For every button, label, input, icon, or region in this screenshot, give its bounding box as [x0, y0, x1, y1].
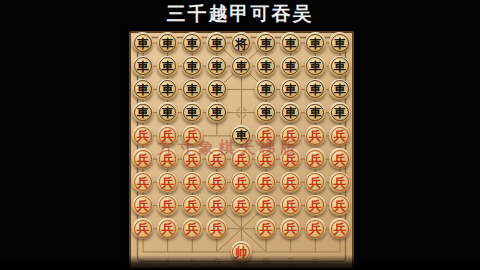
- piece-車-black[interactable]: 車: [132, 32, 153, 53]
- board-cell[interactable]: 車: [155, 101, 180, 124]
- board-cell[interactable]: 車: [204, 78, 229, 101]
- piece-glyph: 車: [186, 107, 199, 120]
- piece-glyph: 車: [284, 60, 297, 73]
- piece-glyph: 車: [137, 84, 150, 97]
- piece-兵-red[interactable]: 兵: [280, 125, 301, 146]
- piece-glyph: 車: [333, 107, 346, 120]
- piece-兵-red[interactable]: 兵: [329, 125, 350, 146]
- board-cell[interactable]: 兵: [204, 217, 229, 240]
- piece-車-black[interactable]: 車: [305, 79, 326, 100]
- piece-兵-red[interactable]: 兵: [280, 218, 301, 239]
- piece-glyph: 車: [161, 60, 174, 73]
- board-cell[interactable]: 兵: [327, 124, 352, 147]
- board-cell[interactable]: 車: [131, 54, 156, 77]
- piece-車-black[interactable]: 車: [206, 79, 227, 100]
- piece-兵-red[interactable]: 兵: [206, 218, 227, 239]
- piece-車-black[interactable]: 車: [206, 56, 227, 77]
- piece-兵-red[interactable]: 兵: [305, 148, 326, 169]
- piece-glyph: 車: [333, 60, 346, 73]
- board-cell[interactable]: 兵: [327, 194, 352, 217]
- board-cell[interactable]: 車: [180, 54, 205, 77]
- board-cell[interactable]: 車: [131, 31, 156, 54]
- piece-glyph: 車: [186, 60, 199, 73]
- piece-車-black[interactable]: 車: [255, 79, 276, 100]
- piece-glyph: 兵: [186, 153, 199, 166]
- file-label: 四: [254, 257, 279, 267]
- board-cell[interactable]: 兵: [254, 194, 279, 217]
- piece-glyph: 兵: [235, 153, 248, 166]
- piece-車-black[interactable]: 車: [305, 102, 326, 123]
- piece-glyph: 車: [186, 84, 199, 97]
- piece-glyph: 兵: [284, 223, 297, 236]
- piece-車-black[interactable]: 車: [305, 32, 326, 53]
- board-cell[interactable]: 車: [327, 54, 352, 77]
- board-cell[interactable]: 車: [204, 101, 229, 124]
- board-cell[interactable]: 車: [204, 54, 229, 77]
- board-cell[interactable]: 兵: [204, 171, 229, 194]
- board-cell[interactable]: 車: [327, 31, 352, 54]
- file-label: 九: [131, 257, 156, 267]
- piece-車-black[interactable]: 車: [255, 56, 276, 77]
- piece-glyph: 兵: [137, 223, 150, 236]
- board-cell[interactable]: 兵: [303, 124, 328, 147]
- file-label: 六: [204, 257, 229, 267]
- piece-兵-red[interactable]: 兵: [280, 195, 301, 216]
- piece-glyph: 兵: [161, 176, 174, 189]
- board-cell[interactable]: 兵: [155, 124, 180, 147]
- piece-車-black[interactable]: 車: [255, 32, 276, 53]
- piece-glyph: 兵: [161, 130, 174, 143]
- file-label: 七: [180, 257, 205, 267]
- piece-glyph: 兵: [284, 176, 297, 189]
- file-label: 一: [327, 257, 352, 267]
- piece-glyph: 兵: [333, 200, 346, 213]
- piece-車-black[interactable]: 車: [132, 56, 153, 77]
- board-cell[interactable]: 車: [278, 31, 303, 54]
- piece-兵-red[interactable]: 兵: [280, 172, 301, 193]
- piece-glyph: 車: [284, 37, 297, 50]
- board-cell[interactable]: 将: [229, 31, 254, 54]
- piece-glyph: 兵: [210, 200, 223, 213]
- piece-車-black[interactable]: 車: [157, 102, 178, 123]
- piece-兵-red[interactable]: 兵: [182, 218, 203, 239]
- board-cell[interactable]: 兵: [303, 147, 328, 170]
- piece-glyph: 車: [235, 60, 248, 73]
- piece-glyph: 車: [161, 37, 174, 50]
- board-cell[interactable]: 兵: [229, 147, 254, 170]
- board-cell[interactable]: 兵: [229, 171, 254, 194]
- piece-兵-red[interactable]: 兵: [132, 195, 153, 216]
- piece-glyph: 兵: [333, 223, 346, 236]
- board-cell[interactable]: 兵: [180, 124, 205, 147]
- piece-兵-red[interactable]: 兵: [206, 172, 227, 193]
- board-cell[interactable]: 兵: [303, 217, 328, 240]
- piece-glyph: 車: [309, 60, 322, 73]
- piece-兵-red[interactable]: 兵: [132, 148, 153, 169]
- piece-glyph: 車: [210, 60, 223, 73]
- board-cell[interactable]: 車: [131, 78, 156, 101]
- piece-車-black[interactable]: 車: [157, 32, 178, 53]
- board-cell[interactable]: [204, 124, 229, 147]
- piece-glyph: 兵: [161, 200, 174, 213]
- piece-glyph: 車: [260, 60, 273, 73]
- board-cell[interactable]: 兵: [155, 147, 180, 170]
- piece-glyph: 兵: [284, 200, 297, 213]
- board-cell[interactable]: 兵: [278, 147, 303, 170]
- piece-車-black[interactable]: 車: [280, 56, 301, 77]
- board-cell[interactable]: 車: [327, 101, 352, 124]
- piece-glyph: 兵: [210, 176, 223, 189]
- piece-glyph: 車: [309, 107, 322, 120]
- file-labels-bottom: 九八七六五四三二一: [131, 257, 353, 267]
- piece-glyph: 兵: [260, 153, 273, 166]
- piece-車-black[interactable]: 車: [255, 102, 276, 123]
- board-cell[interactable]: 兵: [155, 194, 180, 217]
- board-cell[interactable]: 兵: [131, 147, 156, 170]
- board-cell[interactable]: 車: [278, 78, 303, 101]
- piece-兵-red[interactable]: 兵: [206, 148, 227, 169]
- board-cell[interactable]: 車: [180, 78, 205, 101]
- app-screen: 三千越甲可吞吴 車車車車将車車車車車車車車車車車車車車車車車車車車車車車車車車車…: [0, 0, 480, 270]
- board-cell[interactable]: 兵: [327, 171, 352, 194]
- piece-glyph: 兵: [137, 153, 150, 166]
- board-cell[interactable]: 兵: [303, 171, 328, 194]
- piece-glyph: 兵: [137, 176, 150, 189]
- piece-兵-red[interactable]: 兵: [157, 172, 178, 193]
- piece-兵-red[interactable]: 兵: [132, 125, 153, 146]
- piece-車-black[interactable]: 車: [182, 79, 203, 100]
- puzzle-title: 三千越甲可吞吴: [0, 0, 480, 26]
- piece-兵-red[interactable]: 兵: [157, 148, 178, 169]
- piece-車-black[interactable]: 車: [231, 125, 252, 146]
- piece-glyph: 兵: [333, 176, 346, 189]
- board-cell[interactable]: 兵: [131, 217, 156, 240]
- board-cell[interactable]: 兵: [204, 194, 229, 217]
- board-cell[interactable]: 車: [180, 31, 205, 54]
- piece-glyph: 車: [260, 37, 273, 50]
- piece-glyph: 兵: [161, 223, 174, 236]
- piece-glyph: 車: [333, 84, 346, 97]
- board-cell[interactable]: 兵: [254, 124, 279, 147]
- board-cell[interactable]: 車: [254, 31, 279, 54]
- piece-glyph: 兵: [186, 176, 199, 189]
- board-cell[interactable]: 兵: [229, 194, 254, 217]
- board-cell[interactable]: 車: [278, 101, 303, 124]
- board-cell[interactable]: 兵: [155, 217, 180, 240]
- piece-兵-red[interactable]: 兵: [329, 218, 350, 239]
- board-cell[interactable]: 兵: [131, 171, 156, 194]
- piece-車-black[interactable]: 車: [132, 102, 153, 123]
- piece-兵-red[interactable]: 兵: [132, 172, 153, 193]
- piece-兵-red[interactable]: 兵: [206, 195, 227, 216]
- piece-兵-red[interactable]: 兵: [182, 195, 203, 216]
- piece-glyph: 車: [309, 84, 322, 97]
- piece-車-black[interactable]: 車: [132, 79, 153, 100]
- board-cell[interactable]: 車: [278, 54, 303, 77]
- piece-兵-red[interactable]: 兵: [329, 172, 350, 193]
- piece-車-black[interactable]: 車: [280, 102, 301, 123]
- board-cell[interactable]: 車: [131, 101, 156, 124]
- piece-glyph: 車: [260, 84, 273, 97]
- board-cell[interactable]: 兵: [278, 171, 303, 194]
- board-cell[interactable]: 車: [254, 101, 279, 124]
- piece-兵-red[interactable]: 兵: [329, 195, 350, 216]
- piece-兵-red[interactable]: 兵: [280, 148, 301, 169]
- piece-兵-red[interactable]: 兵: [157, 125, 178, 146]
- piece-glyph: 兵: [309, 176, 322, 189]
- piece-車-black[interactable]: 車: [157, 79, 178, 100]
- board-cell[interactable]: 兵: [254, 171, 279, 194]
- board-cell[interactable]: [229, 78, 254, 101]
- piece-glyph: 兵: [260, 130, 273, 143]
- piece-glyph: 兵: [284, 130, 297, 143]
- board-cell[interactable]: [229, 101, 254, 124]
- piece-glyph: 兵: [186, 130, 199, 143]
- board-cell[interactable]: 車: [229, 124, 254, 147]
- piece-glyph: 兵: [309, 153, 322, 166]
- piece-glyph: 車: [235, 130, 248, 143]
- piece-glyph: 兵: [333, 153, 346, 166]
- board-cell[interactable]: 兵: [278, 217, 303, 240]
- piece-兵-red[interactable]: 兵: [305, 172, 326, 193]
- piece-glyph: 兵: [333, 130, 346, 143]
- piece-glyph: 車: [210, 107, 223, 120]
- piece-車-black[interactable]: 車: [329, 56, 350, 77]
- piece-glyph: 車: [260, 107, 273, 120]
- piece-車-black[interactable]: 車: [182, 56, 203, 77]
- piece-glyph: 兵: [260, 176, 273, 189]
- board-cell[interactable]: 兵: [327, 217, 352, 240]
- piece-兵-red[interactable]: 兵: [255, 218, 276, 239]
- piece-glyph: 車: [186, 37, 199, 50]
- piece-glyph: 兵: [137, 130, 150, 143]
- board-cell[interactable]: 車: [303, 101, 328, 124]
- board-cell[interactable]: 兵: [131, 124, 156, 147]
- piece-兵-red[interactable]: 兵: [255, 195, 276, 216]
- piece-glyph: 車: [137, 107, 150, 120]
- piece-兵-red[interactable]: 兵: [231, 195, 252, 216]
- piece-glyph: 兵: [260, 223, 273, 236]
- piece-兵-red[interactable]: 兵: [182, 172, 203, 193]
- piece-車-black[interactable]: 車: [157, 56, 178, 77]
- piece-車-black[interactable]: 車: [280, 79, 301, 100]
- board-cell[interactable]: 車: [254, 78, 279, 101]
- board-cell[interactable]: 兵: [303, 194, 328, 217]
- board-cell[interactable]: 兵: [254, 147, 279, 170]
- piece-glyph: 兵: [235, 176, 248, 189]
- piece-glyph: 兵: [137, 200, 150, 213]
- piece-将-black[interactable]: 将: [231, 32, 252, 53]
- piece-兵-red[interactable]: 兵: [255, 148, 276, 169]
- board-grid: 車車車車将車車車車車車車車車車車車車車車車車車車車車車車車車車車車車兵兵兵車兵兵…: [131, 31, 353, 263]
- piece-兵-red[interactable]: 兵: [231, 172, 252, 193]
- piece-兵-red[interactable]: 兵: [157, 195, 178, 216]
- piece-車-black[interactable]: 車: [329, 32, 350, 53]
- piece-兵-red[interactable]: 兵: [231, 148, 252, 169]
- piece-glyph: 車: [333, 37, 346, 50]
- file-label: 八: [155, 257, 180, 267]
- piece-glyph: 車: [137, 60, 150, 73]
- file-label: 五: [229, 257, 254, 267]
- board-cell[interactable]: 兵: [180, 171, 205, 194]
- board-cell[interactable]: 兵: [180, 147, 205, 170]
- piece-glyph: 車: [210, 84, 223, 97]
- piece-glyph: 車: [137, 37, 150, 50]
- piece-兵-red[interactable]: 兵: [182, 125, 203, 146]
- board-cell[interactable]: 車: [155, 78, 180, 101]
- board-cell[interactable]: 車: [180, 101, 205, 124]
- piece-車-black[interactable]: 車: [329, 102, 350, 123]
- board-cell[interactable]: 車: [155, 54, 180, 77]
- piece-glyph: 車: [284, 107, 297, 120]
- piece-車-black[interactable]: 車: [206, 102, 227, 123]
- piece-兵-red[interactable]: 兵: [329, 148, 350, 169]
- board-cell[interactable]: 車: [155, 31, 180, 54]
- piece-glyph: 兵: [186, 223, 199, 236]
- board-cell[interactable]: 兵: [204, 147, 229, 170]
- piece-兵-red[interactable]: 兵: [305, 195, 326, 216]
- board-cell[interactable]: 兵: [155, 171, 180, 194]
- file-label: 二: [303, 257, 328, 267]
- piece-glyph: 兵: [210, 153, 223, 166]
- piece-glyph: 車: [161, 84, 174, 97]
- piece-glyph: 車: [284, 84, 297, 97]
- piece-兵-red[interactable]: 兵: [305, 125, 326, 146]
- piece-車-black[interactable]: 車: [280, 32, 301, 53]
- piece-兵-red[interactable]: 兵: [182, 148, 203, 169]
- piece-兵-red[interactable]: 兵: [132, 218, 153, 239]
- piece-glyph: 将: [235, 37, 248, 50]
- piece-glyph: 兵: [235, 200, 248, 213]
- piece-glyph: 兵: [210, 223, 223, 236]
- file-label: 三: [278, 257, 303, 267]
- board-cell[interactable]: 車: [254, 54, 279, 77]
- board-cell[interactable]: 兵: [278, 124, 303, 147]
- board-cell[interactable]: 兵: [180, 194, 205, 217]
- board-cell[interactable]: 兵: [131, 194, 156, 217]
- piece-glyph: 兵: [284, 153, 297, 166]
- piece-glyph: 車: [309, 37, 322, 50]
- piece-glyph: 兵: [186, 200, 199, 213]
- piece-兵-red[interactable]: 兵: [255, 172, 276, 193]
- board-cell[interactable]: 兵: [254, 217, 279, 240]
- board-cell[interactable]: 車: [204, 31, 229, 54]
- board-cell[interactable]: 兵: [180, 217, 205, 240]
- piece-車-black[interactable]: 車: [206, 32, 227, 53]
- piece-車-black[interactable]: 車: [329, 79, 350, 100]
- piece-glyph: 車: [161, 107, 174, 120]
- board-cell[interactable]: 兵: [278, 194, 303, 217]
- board-cell[interactable]: 兵: [327, 147, 352, 170]
- piece-車-black[interactable]: 車: [231, 56, 252, 77]
- piece-兵-red[interactable]: 兵: [157, 218, 178, 239]
- piece-glyph: 兵: [161, 153, 174, 166]
- board-cell[interactable]: 車: [303, 78, 328, 101]
- piece-車-black[interactable]: 車: [305, 56, 326, 77]
- board-cell[interactable]: 車: [229, 54, 254, 77]
- board-cell[interactable]: [229, 217, 254, 240]
- piece-glyph: 兵: [309, 200, 322, 213]
- piece-車-black[interactable]: 車: [182, 102, 203, 123]
- piece-glyph: 兵: [309, 223, 322, 236]
- board-cell[interactable]: 車: [327, 78, 352, 101]
- board-cell[interactable]: 車: [303, 54, 328, 77]
- piece-glyph: 車: [210, 37, 223, 50]
- piece-glyph: 兵: [260, 200, 273, 213]
- piece-車-black[interactable]: 車: [182, 32, 203, 53]
- board-cell[interactable]: 車: [303, 31, 328, 54]
- piece-兵-red[interactable]: 兵: [255, 125, 276, 146]
- xiangqi-board: 車車車車将車車車車車車車車車車車車車車車車車車車車車車車車車車車車車兵兵兵車兵兵…: [129, 31, 354, 270]
- piece-兵-red[interactable]: 兵: [305, 218, 326, 239]
- piece-glyph: 兵: [309, 130, 322, 143]
